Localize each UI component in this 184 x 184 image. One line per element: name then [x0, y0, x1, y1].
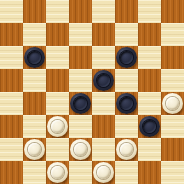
checker-light-man[interactable]: [47, 116, 68, 137]
square-h8[interactable]: [161, 0, 184, 23]
square-g7[interactable]: [138, 23, 161, 46]
square-h6[interactable]: [161, 46, 184, 69]
checker-light-man[interactable]: [47, 162, 68, 183]
square-b1: [23, 161, 46, 184]
square-e4: [92, 92, 115, 115]
checker-dark-man[interactable]: [116, 47, 137, 68]
square-f1: [115, 161, 138, 184]
square-f4[interactable]: [115, 92, 138, 115]
square-b8[interactable]: [23, 0, 46, 23]
checker-dark-man[interactable]: [116, 93, 137, 114]
square-h1: [161, 161, 184, 184]
square-a6: [0, 46, 23, 69]
square-f7: [115, 23, 138, 46]
checker-dark-man[interactable]: [70, 93, 91, 114]
square-b5: [23, 69, 46, 92]
square-e6: [92, 46, 115, 69]
square-e7[interactable]: [92, 23, 115, 46]
square-f5: [115, 69, 138, 92]
square-g2: [138, 138, 161, 161]
square-c8: [46, 0, 69, 23]
checker-dark-man[interactable]: [139, 116, 160, 137]
square-c5[interactable]: [46, 69, 69, 92]
square-d8[interactable]: [69, 0, 92, 23]
checker-light-man[interactable]: [162, 93, 183, 114]
checkers-board: [0, 0, 184, 184]
square-a1[interactable]: [0, 161, 23, 184]
square-f3: [115, 115, 138, 138]
square-h4[interactable]: [161, 92, 184, 115]
square-h3: [161, 115, 184, 138]
checker-light-man[interactable]: [24, 139, 45, 160]
square-d2[interactable]: [69, 138, 92, 161]
square-g5[interactable]: [138, 69, 161, 92]
square-e5[interactable]: [92, 69, 115, 92]
square-c1[interactable]: [46, 161, 69, 184]
square-e2: [92, 138, 115, 161]
square-d1: [69, 161, 92, 184]
square-g3[interactable]: [138, 115, 161, 138]
square-a2: [0, 138, 23, 161]
square-h5: [161, 69, 184, 92]
square-g1[interactable]: [138, 161, 161, 184]
square-c7[interactable]: [46, 23, 69, 46]
square-h7: [161, 23, 184, 46]
square-a5[interactable]: [0, 69, 23, 92]
checker-light-man[interactable]: [93, 162, 114, 183]
square-e1[interactable]: [92, 161, 115, 184]
checker-dark-man[interactable]: [24, 47, 45, 68]
square-c6: [46, 46, 69, 69]
square-g4: [138, 92, 161, 115]
square-e3[interactable]: [92, 115, 115, 138]
square-d7: [69, 23, 92, 46]
square-d4[interactable]: [69, 92, 92, 115]
square-b6[interactable]: [23, 46, 46, 69]
checker-light-man[interactable]: [70, 139, 91, 160]
square-f6[interactable]: [115, 46, 138, 69]
square-b3: [23, 115, 46, 138]
square-d3: [69, 115, 92, 138]
square-a7[interactable]: [0, 23, 23, 46]
square-b2[interactable]: [23, 138, 46, 161]
square-c2: [46, 138, 69, 161]
square-b4[interactable]: [23, 92, 46, 115]
checker-dark-man[interactable]: [93, 70, 114, 91]
square-f8[interactable]: [115, 0, 138, 23]
square-d5: [69, 69, 92, 92]
square-f2[interactable]: [115, 138, 138, 161]
square-a3[interactable]: [0, 115, 23, 138]
square-c3[interactable]: [46, 115, 69, 138]
square-b7: [23, 23, 46, 46]
square-a4: [0, 92, 23, 115]
square-c4: [46, 92, 69, 115]
square-d6[interactable]: [69, 46, 92, 69]
square-a8: [0, 0, 23, 23]
square-h2[interactable]: [161, 138, 184, 161]
square-g8: [138, 0, 161, 23]
square-e8: [92, 0, 115, 23]
square-g6: [138, 46, 161, 69]
checker-light-man[interactable]: [116, 139, 137, 160]
